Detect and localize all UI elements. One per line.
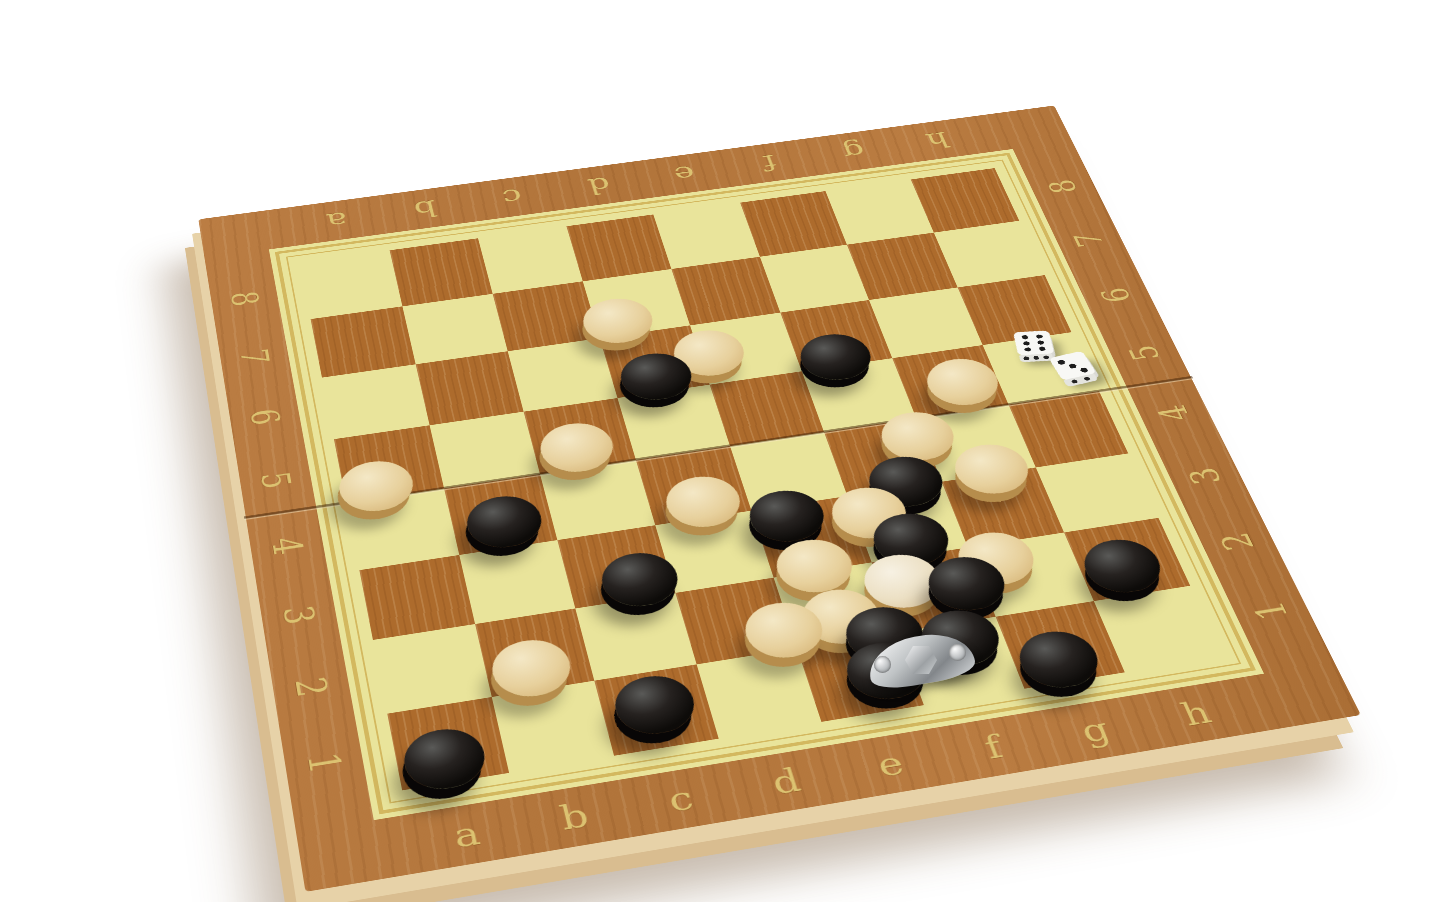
rank-label-right-5: 5 <box>1090 325 1200 380</box>
game-board: abcdefgh abcdefgh 87654321 87654321 <box>198 106 1361 892</box>
white-man-d4[interactable] <box>660 472 747 532</box>
white-man-d7[interactable] <box>577 294 658 347</box>
white-man-g5[interactable] <box>919 355 1006 410</box>
rank-label-left-5: 5 <box>223 450 328 510</box>
white-man-f4[interactable] <box>874 408 962 465</box>
photo-scene: abcdefgh abcdefgh 87654321 87654321 <box>0 0 1445 902</box>
rank-label-left-2: 2 <box>255 653 368 722</box>
rank-label-left-8: 8 <box>195 272 293 325</box>
rank-label-left-3: 3 <box>244 582 354 648</box>
black-man-h2[interactable] <box>1075 535 1170 597</box>
rank-label-right-4: 4 <box>1118 384 1230 442</box>
rank-label-left-6: 6 <box>214 388 317 446</box>
white-man-g4[interactable] <box>947 440 1037 499</box>
clasp-screw-left <box>874 656 891 673</box>
black-man-c3[interactable] <box>596 548 685 611</box>
black-man-b4[interactable] <box>461 492 546 553</box>
rank-label-right-8: 8 <box>1012 162 1114 211</box>
clasp-screw-right <box>949 644 966 661</box>
rank-label-left-4: 4 <box>233 515 341 578</box>
white-man-a5[interactable] <box>335 456 418 515</box>
black-man-f6[interactable] <box>793 330 878 384</box>
rank-label-right-7: 7 <box>1037 214 1142 265</box>
white-man-b2[interactable] <box>487 635 577 702</box>
rank-label-right-6: 6 <box>1063 269 1170 322</box>
rank-label-right-3: 3 <box>1148 446 1263 506</box>
rank-label-left-7: 7 <box>204 329 305 384</box>
black-man-e4[interactable] <box>742 486 831 546</box>
rank-label-left-1: 1 <box>266 727 382 800</box>
white-man-c5[interactable] <box>535 419 619 477</box>
hinge-clasp[interactable] <box>866 626 976 700</box>
white-man-e3[interactable] <box>769 535 860 597</box>
black-man-c1[interactable] <box>608 671 701 739</box>
die-1-top-6[interactable] <box>1013 330 1054 355</box>
rank-label-right-2: 2 <box>1178 510 1296 573</box>
